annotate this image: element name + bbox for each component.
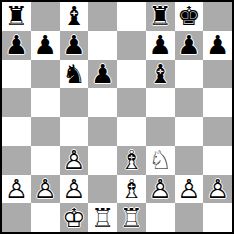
black-pawn-icon[interactable]: ♟ — [91, 61, 114, 87]
square-e5[interactable] — [117, 88, 146, 117]
square-e1[interactable]: ♜♖ — [117, 203, 146, 232]
square-h7[interactable]: ♟ — [203, 31, 232, 60]
square-b3[interactable] — [31, 146, 60, 175]
square-f8[interactable]: ♜ — [146, 2, 175, 31]
white-pawn-icon[interactable]: ♟♙ — [148, 176, 171, 202]
square-g6[interactable] — [175, 60, 204, 89]
square-b5[interactable] — [31, 88, 60, 117]
square-g3[interactable] — [175, 146, 204, 175]
white-pawn-icon[interactable]: ♟♙ — [33, 176, 56, 202]
square-h3[interactable] — [203, 146, 232, 175]
square-d4[interactable] — [88, 117, 117, 146]
square-b6[interactable] — [31, 60, 60, 89]
square-b4[interactable] — [31, 117, 60, 146]
square-a7[interactable]: ♟ — [2, 31, 31, 60]
white-rook-icon[interactable]: ♜♖ — [91, 205, 114, 231]
black-pawn-icon[interactable]: ♟ — [206, 32, 229, 58]
white-pawn-icon[interactable]: ♟♙ — [177, 176, 200, 202]
square-h1[interactable] — [203, 203, 232, 232]
square-f7[interactable]: ♟ — [146, 31, 175, 60]
white-pawn-icon[interactable]: ♟♙ — [5, 176, 28, 202]
black-pawn-icon[interactable]: ♟ — [5, 32, 28, 58]
square-c6[interactable]: ♞ — [60, 60, 89, 89]
black-king-icon[interactable]: ♚ — [177, 3, 200, 29]
chess-board: ♜♝♜♚♟♟♟♟♟♟♞♟♝♟♙♝♗♞♘♟♙♟♙♟♙♝♗♟♙♟♙♟♙♚♔♜♖♜♖ — [0, 0, 234, 234]
white-bishop-icon[interactable]: ♝♗ — [120, 176, 143, 202]
square-a1[interactable] — [2, 203, 31, 232]
square-h6[interactable] — [203, 60, 232, 89]
square-a2[interactable]: ♟♙ — [2, 175, 31, 204]
square-g5[interactable] — [175, 88, 204, 117]
square-c5[interactable] — [60, 88, 89, 117]
white-pawn-icon[interactable]: ♟♙ — [62, 176, 85, 202]
square-c3[interactable]: ♟♙ — [60, 146, 89, 175]
square-g7[interactable]: ♟ — [175, 31, 204, 60]
square-d3[interactable] — [88, 146, 117, 175]
black-pawn-icon[interactable]: ♟ — [62, 32, 85, 58]
black-bishop-icon[interactable]: ♝ — [62, 3, 85, 29]
square-a4[interactable] — [2, 117, 31, 146]
square-h5[interactable] — [203, 88, 232, 117]
black-knight-icon[interactable]: ♞ — [62, 61, 85, 87]
white-bishop-icon[interactable]: ♝♗ — [120, 147, 143, 173]
square-g1[interactable] — [175, 203, 204, 232]
square-d2[interactable] — [88, 175, 117, 204]
square-e8[interactable] — [117, 2, 146, 31]
square-b2[interactable]: ♟♙ — [31, 175, 60, 204]
square-d5[interactable] — [88, 88, 117, 117]
square-f4[interactable] — [146, 117, 175, 146]
square-b1[interactable] — [31, 203, 60, 232]
white-king-icon[interactable]: ♚♔ — [62, 205, 85, 231]
square-f1[interactable] — [146, 203, 175, 232]
black-pawn-icon[interactable]: ♟ — [177, 32, 200, 58]
white-knight-icon[interactable]: ♞♘ — [148, 147, 171, 173]
square-d8[interactable] — [88, 2, 117, 31]
square-b7[interactable]: ♟ — [31, 31, 60, 60]
square-c1[interactable]: ♚♔ — [60, 203, 89, 232]
white-pawn-icon[interactable]: ♟♙ — [62, 147, 85, 173]
square-a5[interactable] — [2, 88, 31, 117]
square-d1[interactable]: ♜♖ — [88, 203, 117, 232]
black-pawn-icon[interactable]: ♟ — [33, 32, 56, 58]
square-d7[interactable] — [88, 31, 117, 60]
square-e2[interactable]: ♝♗ — [117, 175, 146, 204]
square-e3[interactable]: ♝♗ — [117, 146, 146, 175]
square-g8[interactable]: ♚ — [175, 2, 204, 31]
square-d6[interactable]: ♟ — [88, 60, 117, 89]
black-pawn-icon[interactable]: ♟ — [148, 32, 171, 58]
square-b8[interactable] — [31, 2, 60, 31]
square-h4[interactable] — [203, 117, 232, 146]
square-c4[interactable] — [60, 117, 89, 146]
square-h8[interactable] — [203, 2, 232, 31]
square-g2[interactable]: ♟♙ — [175, 175, 204, 204]
square-e7[interactable] — [117, 31, 146, 60]
square-a6[interactable] — [2, 60, 31, 89]
square-f5[interactable] — [146, 88, 175, 117]
black-rook-icon[interactable]: ♜ — [148, 3, 171, 29]
white-pawn-icon[interactable]: ♟♙ — [206, 176, 229, 202]
square-a3[interactable] — [2, 146, 31, 175]
white-rook-icon[interactable]: ♜♖ — [120, 205, 143, 231]
square-a8[interactable]: ♜ — [2, 2, 31, 31]
square-c8[interactable]: ♝ — [60, 2, 89, 31]
square-c7[interactable]: ♟ — [60, 31, 89, 60]
square-h2[interactable]: ♟♙ — [203, 175, 232, 204]
black-rook-icon[interactable]: ♜ — [5, 3, 28, 29]
black-bishop-icon[interactable]: ♝ — [148, 61, 171, 87]
square-e6[interactable] — [117, 60, 146, 89]
square-g4[interactable] — [175, 117, 204, 146]
square-f6[interactable]: ♝ — [146, 60, 175, 89]
square-c2[interactable]: ♟♙ — [60, 175, 89, 204]
square-e4[interactable] — [117, 117, 146, 146]
square-f3[interactable]: ♞♘ — [146, 146, 175, 175]
square-f2[interactable]: ♟♙ — [146, 175, 175, 204]
